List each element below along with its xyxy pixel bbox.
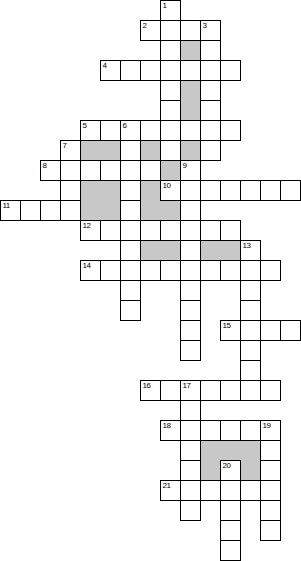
crossword-cell[interactable]: 3	[200, 20, 221, 41]
clue-number: 3	[203, 22, 207, 30]
crossword-cell[interactable]	[240, 280, 261, 301]
crossword-cell-shaded[interactable]	[220, 240, 241, 261]
crossword-cell[interactable]	[180, 260, 201, 281]
crossword-cell[interactable]	[260, 180, 281, 201]
crossword-cell[interactable]	[200, 380, 221, 401]
crossword-cell[interactable]	[180, 340, 201, 361]
crossword-cell[interactable]	[140, 120, 161, 141]
crossword-cell[interactable]	[160, 120, 181, 141]
crossword-cell[interactable]	[200, 220, 221, 241]
clue-number: 1	[163, 2, 167, 10]
crossword-cell[interactable]	[260, 320, 281, 341]
clue-number: 4	[103, 62, 107, 70]
clue-number: 2	[143, 22, 147, 30]
crossword-cell[interactable]	[220, 500, 241, 521]
crossword-cell[interactable]	[180, 200, 201, 221]
crossword-cell[interactable]	[280, 180, 301, 201]
crossword-cell[interactable]: 9	[180, 160, 201, 181]
crossword-cell[interactable]	[60, 180, 81, 201]
crossword-cell[interactable]	[40, 200, 61, 221]
crossword-cell[interactable]	[260, 480, 281, 501]
clue-number: 18	[163, 422, 171, 430]
clue-number: 6	[123, 122, 127, 130]
clue-number: 9	[183, 162, 187, 170]
clue-number: 11	[3, 202, 10, 210]
crossword-cell[interactable]: 21	[160, 480, 181, 501]
crossword-cell[interactable]: 7	[60, 140, 81, 161]
crossword-cell[interactable]	[220, 60, 241, 81]
crossword-cell[interactable]	[260, 520, 281, 541]
crossword-cell[interactable]	[220, 540, 241, 561]
crossword-cell[interactable]	[160, 20, 181, 41]
crossword-cell[interactable]	[160, 80, 181, 101]
crossword-cell[interactable]	[120, 260, 141, 281]
crossword-cell[interactable]	[180, 180, 201, 201]
crossword-cell[interactable]	[20, 200, 41, 221]
crossword-cell[interactable]	[200, 120, 221, 141]
crossword-cell[interactable]	[240, 260, 261, 281]
crossword-cell[interactable]	[220, 480, 241, 501]
crossword-cell[interactable]	[240, 180, 261, 201]
crossword-cell[interactable]	[260, 460, 281, 481]
crossword-cell[interactable]	[200, 60, 221, 81]
crossword-cell[interactable]	[200, 420, 221, 441]
crossword-page: 123456789101112131415161718192021	[0, 0, 301, 561]
crossword-cell[interactable]	[240, 300, 261, 321]
crossword-cell-shaded[interactable]	[180, 100, 201, 121]
crossword-cell[interactable]	[120, 160, 141, 181]
crossword-cell[interactable]	[240, 480, 261, 501]
crossword-cell[interactable]	[260, 500, 281, 521]
crossword-cell-shaded[interactable]	[160, 200, 181, 221]
crossword-cell[interactable]	[260, 440, 281, 461]
clue-number: 5	[83, 122, 87, 130]
crossword-cell[interactable]	[180, 500, 201, 521]
crossword-cell[interactable]: 8	[40, 160, 61, 181]
crossword-cell[interactable]	[240, 380, 261, 401]
crossword-cell-shaded[interactable]	[140, 140, 161, 161]
clue-number: 19	[263, 422, 271, 430]
crossword-cell[interactable]	[180, 120, 201, 141]
clue-number: 16	[143, 382, 151, 390]
crossword-cell[interactable]	[160, 100, 181, 121]
crossword-cell[interactable]: 5	[80, 120, 101, 141]
crossword-cell[interactable]	[180, 60, 201, 81]
crossword-cell[interactable]: 1	[160, 0, 181, 21]
crossword-cell[interactable]	[220, 520, 241, 541]
crossword-cell[interactable]	[140, 60, 161, 81]
crossword-cell[interactable]: 17	[180, 380, 201, 401]
crossword-cell-shaded[interactable]	[180, 80, 201, 101]
crossword-cell-shaded[interactable]	[220, 440, 241, 461]
crossword-cell-shaded[interactable]	[100, 200, 121, 221]
clue-number: 7	[63, 142, 67, 150]
crossword-cell[interactable]	[220, 120, 241, 141]
crossword-cell[interactable]	[180, 480, 201, 501]
crossword-cell[interactable]	[120, 180, 141, 201]
crossword-cell[interactable]	[120, 300, 141, 321]
crossword-cell[interactable]	[160, 260, 181, 281]
crossword-cell[interactable]	[200, 80, 221, 101]
crossword-cell-shaded[interactable]	[100, 140, 121, 161]
crossword-cell[interactable]	[200, 480, 221, 501]
crossword-cell-shaded[interactable]	[240, 460, 261, 481]
crossword-cell-shaded[interactable]	[140, 180, 161, 201]
crossword-cell[interactable]	[60, 200, 81, 221]
crossword-cell[interactable]	[160, 220, 181, 241]
crossword-cell[interactable]	[80, 160, 101, 181]
crossword-cell[interactable]: 15	[220, 320, 241, 341]
crossword-cell[interactable]	[120, 60, 141, 81]
clue-number: 21	[163, 482, 171, 490]
crossword-cell[interactable]	[260, 380, 281, 401]
crossword-cell[interactable]	[220, 260, 241, 281]
crossword-cell[interactable]	[240, 420, 261, 441]
crossword-cell[interactable]	[220, 420, 241, 441]
crossword-cell[interactable]	[280, 320, 301, 341]
crossword-cell[interactable]	[100, 120, 121, 141]
crossword-cell[interactable]: 11	[0, 200, 21, 221]
crossword-cell[interactable]	[180, 320, 201, 341]
crossword-cell[interactable]	[180, 240, 201, 261]
crossword-cell[interactable]	[160, 40, 181, 61]
crossword-cell-shaded[interactable]	[80, 200, 101, 221]
crossword-cell[interactable]	[220, 180, 241, 201]
clue-number: 15	[223, 322, 231, 330]
crossword-cell[interactable]	[120, 140, 141, 161]
crossword-cell[interactable]: 2	[140, 20, 161, 41]
crossword-cell[interactable]	[180, 20, 201, 41]
crossword-cell-shaded[interactable]	[80, 140, 101, 161]
clue-number: 12	[83, 222, 91, 230]
crossword-cell[interactable]	[120, 200, 141, 221]
crossword-cell[interactable]: 6	[120, 120, 141, 141]
crossword-board: 123456789101112131415161718192021	[0, 0, 301, 561]
crossword-cell[interactable]	[160, 140, 181, 161]
crossword-cell-shaded[interactable]	[140, 240, 161, 261]
crossword-cell[interactable]: 10	[160, 180, 181, 201]
crossword-cell[interactable]	[180, 420, 201, 441]
crossword-cell[interactable]	[180, 460, 201, 481]
crossword-cell[interactable]	[200, 40, 221, 61]
crossword-cell[interactable]: 19	[260, 420, 281, 441]
crossword-cell[interactable]	[260, 260, 281, 281]
crossword-cell[interactable]	[220, 380, 241, 401]
crossword-cell-shaded[interactable]	[160, 160, 181, 181]
crossword-cell[interactable]	[180, 400, 201, 421]
crossword-cell[interactable]	[140, 220, 161, 241]
crossword-cell[interactable]	[180, 440, 201, 461]
crossword-cell-shaded[interactable]	[200, 440, 221, 461]
crossword-cell[interactable]	[200, 140, 221, 161]
crossword-cell[interactable]	[180, 280, 201, 301]
crossword-cell-shaded[interactable]	[180, 40, 201, 61]
crossword-cell[interactable]	[100, 160, 121, 181]
crossword-cell-shaded[interactable]	[240, 440, 261, 461]
crossword-cell-shaded[interactable]	[140, 200, 161, 221]
crossword-cell-shaded[interactable]	[180, 140, 201, 161]
crossword-cell[interactable]	[140, 160, 161, 181]
clue-number: 14	[83, 262, 91, 270]
crossword-cell[interactable]: 13	[240, 240, 261, 261]
crossword-cell[interactable]	[180, 220, 201, 241]
crossword-cell[interactable]	[220, 220, 241, 241]
crossword-cell[interactable]	[160, 60, 181, 81]
crossword-cell[interactable]	[180, 300, 201, 321]
clue-number: 17	[183, 382, 191, 390]
clue-number: 20	[223, 462, 231, 470]
crossword-cell[interactable]: 20	[220, 460, 241, 481]
crossword-cell[interactable]: 18	[160, 420, 181, 441]
crossword-cell[interactable]	[200, 260, 221, 281]
crossword-cell[interactable]	[240, 320, 261, 341]
crossword-cell[interactable]	[160, 380, 181, 401]
crossword-cell[interactable]	[240, 360, 261, 381]
clue-number: 8	[43, 162, 47, 170]
crossword-cell-shaded[interactable]	[200, 240, 221, 261]
crossword-cell[interactable]: 16	[140, 380, 161, 401]
crossword-cell[interactable]	[60, 160, 81, 181]
crossword-cell[interactable]	[120, 280, 141, 301]
crossword-cell[interactable]	[200, 180, 221, 201]
crossword-cell[interactable]	[200, 100, 221, 121]
crossword-cell[interactable]	[240, 340, 261, 361]
crossword-cell-shaded[interactable]	[80, 180, 101, 201]
crossword-cell[interactable]: 14	[80, 260, 101, 281]
crossword-cell[interactable]	[100, 220, 121, 241]
crossword-cell-shaded[interactable]	[200, 460, 221, 481]
crossword-cell[interactable]	[140, 260, 161, 281]
clue-number: 13	[243, 242, 251, 250]
crossword-cell[interactable]	[100, 260, 121, 281]
clue-number: 10	[163, 182, 171, 190]
crossword-cell[interactable]	[120, 240, 141, 261]
crossword-cell[interactable]	[120, 220, 141, 241]
crossword-cell-shaded[interactable]	[160, 240, 181, 261]
crossword-cell-shaded[interactable]	[100, 180, 121, 201]
crossword-cell[interactable]: 4	[100, 60, 121, 81]
crossword-cell[interactable]: 12	[80, 220, 101, 241]
